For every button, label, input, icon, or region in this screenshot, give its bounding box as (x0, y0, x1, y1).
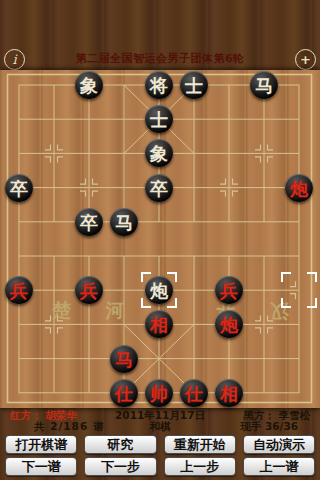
next-game-button[interactable]: 下一谱 (5, 457, 77, 476)
toolbar: 打开棋谱 研究 重新开始 自动演示 下一谱 下一步 上一步 上一谱 (5, 435, 315, 476)
event-title: 第二届全国智运会男子团体第6轮 (30, 51, 290, 66)
xiangqi-app-screen: i 第二届全国智运会男子团体第6轮 + 楚 河 汉 界 象将士马士象卒卒炮卒马兵… (0, 0, 320, 480)
last-move-to-mark (141, 272, 177, 308)
piece-red-兵[interactable]: 兵 (75, 276, 103, 304)
current-value: 36/36 (265, 420, 298, 432)
study-button[interactable]: 研究 (84, 435, 156, 454)
restart-button[interactable]: 重新开始 (164, 435, 236, 454)
xiangqi-board[interactable]: 楚 河 汉 界 象将士马士象卒卒炮卒马兵兵炮兵相炮马仕帅仕相 (0, 70, 320, 408)
piece-red-炮[interactable]: 炮 (285, 174, 313, 202)
piece-black-卒[interactable]: 卒 (5, 174, 33, 202)
piece-black-卒[interactable]: 卒 (145, 174, 173, 202)
info-button[interactable]: i (4, 49, 25, 70)
piece-black-士[interactable]: 士 (180, 71, 208, 99)
piece-red-仕[interactable]: 仕 (180, 379, 208, 407)
piece-black-将[interactable]: 将 (145, 71, 173, 99)
piece-red-兵[interactable]: 兵 (5, 276, 33, 304)
piece-black-马[interactable]: 马 (250, 71, 278, 99)
piece-black-卒[interactable]: 卒 (75, 208, 103, 236)
next-move-button[interactable]: 下一步 (84, 457, 156, 476)
piece-black-象[interactable]: 象 (75, 71, 103, 99)
piece-red-兵[interactable]: 兵 (215, 276, 243, 304)
move-counter: 现手 36/36 (240, 420, 298, 434)
last-move-from-mark (281, 272, 317, 308)
auto-demo-button[interactable]: 自动演示 (243, 435, 315, 454)
current-label: 现手 (240, 420, 261, 432)
piece-red-帅[interactable]: 帅 (145, 379, 173, 407)
piece-black-士[interactable]: 士 (145, 105, 173, 133)
piece-red-相[interactable]: 相 (215, 379, 243, 407)
piece-black-马[interactable]: 马 (110, 208, 138, 236)
add-button[interactable]: + (295, 49, 316, 70)
piece-red-马[interactable]: 马 (110, 345, 138, 373)
prev-move-button[interactable]: 上一步 (164, 457, 236, 476)
piece-red-仕[interactable]: 仕 (110, 379, 138, 407)
open-game-button[interactable]: 打开棋谱 (5, 435, 77, 454)
prev-game-button[interactable]: 上一谱 (243, 457, 315, 476)
